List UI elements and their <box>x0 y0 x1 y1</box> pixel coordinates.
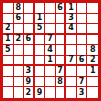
cell-r4c5[interactable]: 7 <box>45 35 56 46</box>
cell-r7c8[interactable] <box>77 66 88 77</box>
cell-r6c2[interactable] <box>14 56 25 67</box>
cell-r5c4[interactable] <box>35 45 46 56</box>
cell-r6c3[interactable] <box>24 56 35 67</box>
cell-r4c3[interactable]: 6 <box>24 35 35 46</box>
cell-r3c7[interactable]: 4 <box>66 24 77 35</box>
cell-r3c5[interactable] <box>45 24 56 35</box>
cell-r4c9[interactable] <box>87 35 98 46</box>
cell-r4c6[interactable] <box>56 35 67 46</box>
cell-r1c9[interactable] <box>87 3 98 14</box>
cell-r9c9[interactable] <box>87 87 98 98</box>
cell-r1c4[interactable] <box>35 3 46 14</box>
cell-r2c5[interactable] <box>45 14 56 25</box>
cell-r3c3[interactable] <box>24 24 35 35</box>
cell-r9c1[interactable] <box>3 87 14 98</box>
cell-r8c7[interactable] <box>66 77 77 88</box>
cell-r4c1[interactable]: 1 <box>3 35 14 46</box>
cell-r7c3[interactable]: 3 <box>24 66 35 77</box>
cell-r9c8[interactable]: 3 <box>77 87 88 98</box>
cell-r9c3[interactable]: 2 <box>24 87 35 98</box>
cell-r9c4[interactable]: 9 <box>35 87 46 98</box>
cell-r9c5[interactable] <box>45 87 56 98</box>
cell-r7c2[interactable] <box>14 66 25 77</box>
cell-r7c5[interactable] <box>45 66 56 77</box>
cell-r3c2[interactable] <box>14 24 25 35</box>
cell-r8c1[interactable] <box>3 77 14 88</box>
cell-r1c7[interactable]: 1 <box>66 3 77 14</box>
cell-r8c9[interactable] <box>87 77 98 88</box>
cell-r4c4[interactable] <box>35 35 46 46</box>
cell-r7c4[interactable] <box>35 66 46 77</box>
cell-r9c2[interactable] <box>14 87 25 98</box>
cell-r6c7[interactable]: 7 <box>66 56 77 67</box>
cell-r2c6[interactable] <box>56 14 67 25</box>
cell-r6c1[interactable] <box>3 56 14 67</box>
cell-r8c3[interactable]: 9 <box>24 77 35 88</box>
cell-r7c9[interactable]: 1 <box>87 66 98 77</box>
cell-r7c7[interactable] <box>66 66 77 77</box>
cell-r3c8[interactable] <box>77 24 88 35</box>
cell-r8c5[interactable] <box>45 77 56 88</box>
cell-r6c5[interactable]: 1 <box>45 56 56 67</box>
cell-r4c8[interactable] <box>77 35 88 46</box>
cell-r2c3[interactable] <box>24 14 35 25</box>
cell-r9c6[interactable] <box>56 87 67 98</box>
cell-r8c8[interactable]: 7 <box>77 77 88 88</box>
cell-r5c3[interactable] <box>24 45 35 56</box>
cell-r8c2[interactable] <box>14 77 25 88</box>
cell-r6c9[interactable]: 2 <box>87 56 98 67</box>
cell-r3c6[interactable] <box>56 24 67 35</box>
cell-r5c2[interactable] <box>14 45 25 56</box>
cell-r6c4[interactable] <box>35 56 46 67</box>
cell-r8c6[interactable]: 8 <box>56 77 67 88</box>
cell-r3c4[interactable]: 5 <box>35 24 46 35</box>
sudoku-board: 86161325412675481762371987293 <box>0 0 101 101</box>
cell-r2c2[interactable]: 6 <box>14 14 25 25</box>
cell-r6c8[interactable]: 6 <box>77 56 88 67</box>
cell-r1c6[interactable]: 6 <box>56 3 67 14</box>
cell-r6c6[interactable] <box>56 56 67 67</box>
cell-r3c1[interactable]: 2 <box>3 24 14 35</box>
cell-r9c7[interactable] <box>66 87 77 98</box>
cell-r4c2[interactable]: 2 <box>14 35 25 46</box>
cell-r1c8[interactable] <box>77 3 88 14</box>
cell-r4c7[interactable] <box>66 35 77 46</box>
cell-r2c8[interactable] <box>77 14 88 25</box>
cell-r1c5[interactable] <box>45 3 56 14</box>
cell-r2c9[interactable] <box>87 14 98 25</box>
cell-r5c6[interactable] <box>56 45 67 56</box>
cell-r5c1[interactable]: 5 <box>3 45 14 56</box>
cell-r7c1[interactable] <box>3 66 14 77</box>
cell-r1c2[interactable]: 8 <box>14 3 25 14</box>
cell-r3c9[interactable] <box>87 24 98 35</box>
cell-r1c1[interactable] <box>3 3 14 14</box>
cell-r1c3[interactable] <box>24 3 35 14</box>
cell-r8c4[interactable] <box>35 77 46 88</box>
cell-r7c6[interactable]: 7 <box>56 66 67 77</box>
